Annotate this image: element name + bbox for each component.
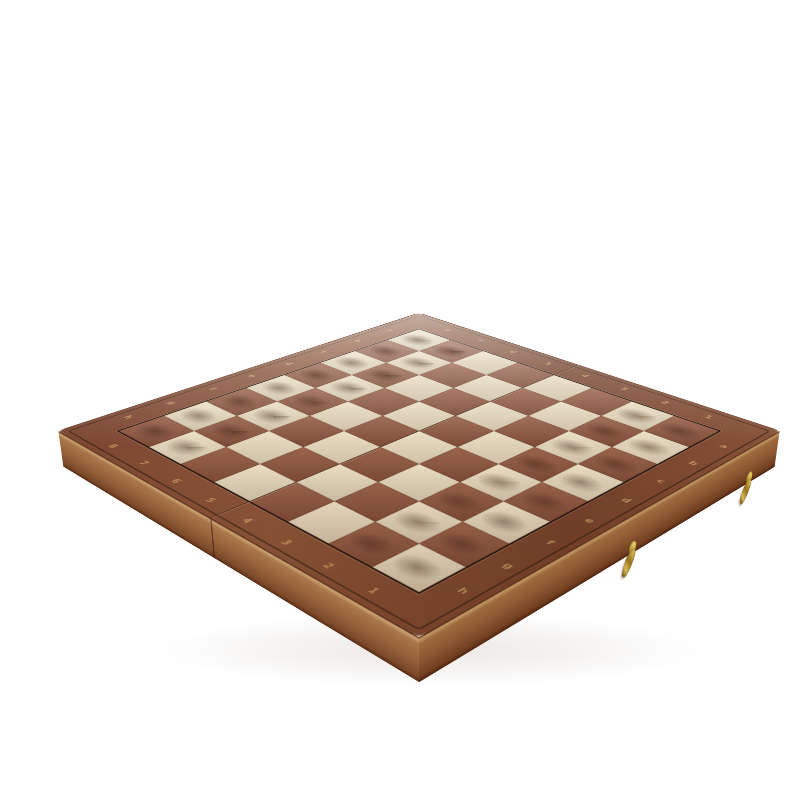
brass-clasp-icon xyxy=(743,463,756,501)
brass-clasp-icon xyxy=(626,532,640,574)
photo-scene: 8877665544332211aabbccddeeffgghh ♜♞♝♛♚♝♞… xyxy=(0,0,800,800)
clasp-tongue-icon xyxy=(738,477,753,505)
white-rook-glyph: ♜ xyxy=(363,502,475,572)
product-photo: 8877665544332211aabbccddeeffgghh ♜♞♝♛♚♝♞… xyxy=(0,0,800,800)
chess-board: 8877665544332211aabbccddeeffgghh ♜♞♝♛♚♝♞… xyxy=(58,313,779,637)
black-pawn-glyph: ♟ xyxy=(141,402,234,451)
clasp-tongue-icon xyxy=(620,548,638,578)
fold-seam-side xyxy=(210,518,215,559)
